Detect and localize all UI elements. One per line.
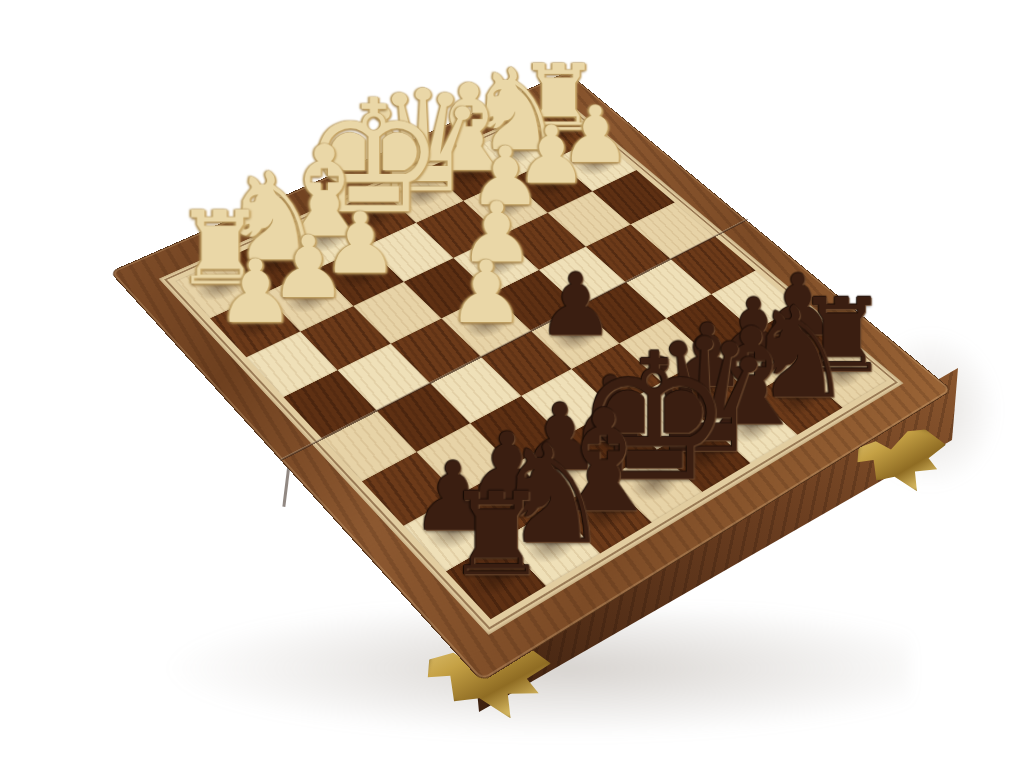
black-rook-h8: ♜ [445,478,548,593]
board-frame: ♜♞♝♛♚♝♞♜♟♟♟♟♟♟♟♟♟♟♟♟♟♟♟♟♜♞♝♛♚♝♞♜ [109,72,952,682]
white-pawn-h2: ♟ [216,248,294,335]
product-photo-folding-chess-set: ♜♞♝♛♚♝♞♜♟♟♟♟♟♟♟♟♟♟♟♟♟♟♟♟♜♞♝♛♚♝♞♜ [0,0,1020,771]
scene: ♜♞♝♛♚♝♞♜♟♟♟♟♟♟♟♟♟♟♟♟♟♟♟♟♜♞♝♛♚♝♞♜ [0,0,1020,771]
